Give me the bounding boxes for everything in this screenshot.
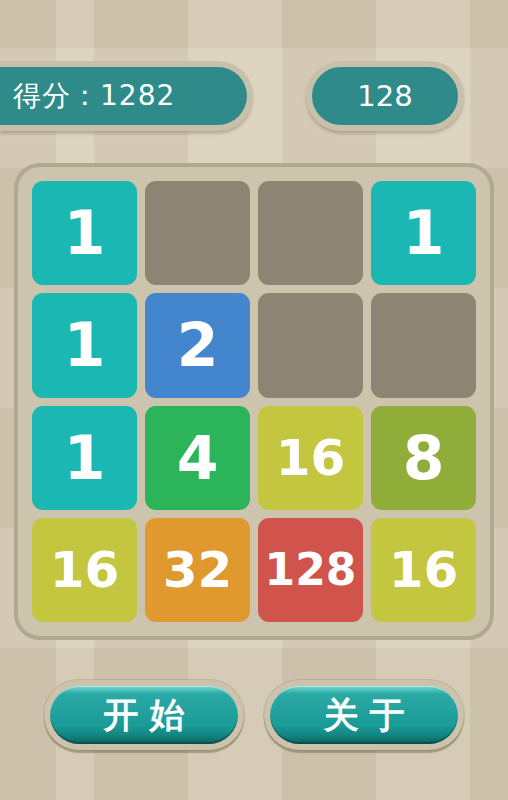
game-screen: 得分：1282 128 111214168163212816 开始 关于 <box>0 0 508 800</box>
about-button-face[interactable]: 关于 <box>270 686 458 744</box>
tile-4: 4 <box>145 406 250 510</box>
tile-1: 1 <box>371 181 476 285</box>
highest-tile-pill: 128 <box>306 61 464 131</box>
start-button[interactable]: 开始 <box>44 680 244 750</box>
tile-1: 1 <box>32 406 137 510</box>
start-button-face[interactable]: 开始 <box>50 686 238 744</box>
tile-16: 16 <box>258 406 363 510</box>
highest-tile-value: 128 <box>357 79 412 113</box>
empty-cell <box>145 181 250 285</box>
about-button-label: 关于 <box>323 692 415 739</box>
tile-1: 1 <box>32 293 137 397</box>
score-text: 得分：1282 <box>13 77 175 115</box>
tile-32: 32 <box>145 518 250 622</box>
tile-8: 8 <box>371 406 476 510</box>
board-grid[interactable]: 111214168163212816 <box>14 163 494 640</box>
empty-cell <box>258 293 363 397</box>
score-pill: 得分：1282 <box>0 61 253 131</box>
about-button[interactable]: 关于 <box>264 680 464 750</box>
empty-cell <box>258 181 363 285</box>
tile-16: 16 <box>32 518 137 622</box>
empty-cell <box>371 293 476 397</box>
start-button-label: 开始 <box>103 692 195 739</box>
tile-2: 2 <box>145 293 250 397</box>
tile-1: 1 <box>32 181 137 285</box>
tile-16: 16 <box>371 518 476 622</box>
tile-128: 128 <box>258 518 363 622</box>
